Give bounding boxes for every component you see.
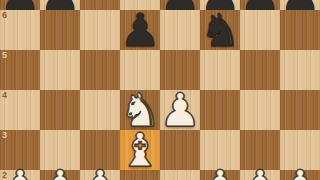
rank-label-5: 5: [2, 51, 7, 60]
square-e2[interactable]: [160, 170, 200, 180]
piece-white-pawn[interactable]: ♟: [160, 90, 200, 130]
square-e7[interactable]: ♟: [160, 0, 200, 10]
square-a4[interactable]: 4: [0, 90, 40, 130]
chess-board-viewport: ♜♞♝♛♚♝♜♟♟♟♟♟♟6♟♞54♞♟3♝♟2♟♟♟♟♟♜♞♝♛♚♜: [0, 0, 320, 180]
square-h7[interactable]: ♟: [280, 0, 320, 10]
square-c7[interactable]: [80, 0, 120, 10]
piece-white-pawn[interactable]: ♟: [0, 167, 40, 180]
square-d2[interactable]: [120, 170, 160, 180]
square-f2[interactable]: ♟: [200, 170, 240, 180]
square-f6[interactable]: ♞: [200, 10, 240, 50]
square-b6[interactable]: [40, 10, 80, 50]
square-g7[interactable]: ♟: [240, 0, 280, 10]
rank-label-6: 6: [2, 11, 7, 20]
square-c5[interactable]: [80, 50, 120, 90]
piece-white-bishop[interactable]: ♝: [120, 130, 160, 170]
square-d3[interactable]: ♝: [120, 130, 160, 170]
square-c6[interactable]: [80, 10, 120, 50]
square-f4[interactable]: [200, 90, 240, 130]
rank-label-4: 4: [2, 91, 7, 100]
square-g2[interactable]: ♟: [240, 170, 280, 180]
square-b5[interactable]: [40, 50, 80, 90]
square-h4[interactable]: [280, 90, 320, 130]
square-g6[interactable]: [240, 10, 280, 50]
square-g4[interactable]: [240, 90, 280, 130]
piece-white-pawn[interactable]: ♟: [200, 167, 240, 180]
square-h5[interactable]: [280, 50, 320, 90]
square-b4[interactable]: [40, 90, 80, 130]
square-a2[interactable]: ♟2: [0, 170, 40, 180]
piece-white-pawn[interactable]: ♟: [80, 167, 120, 180]
piece-black-knight[interactable]: ♞: [200, 10, 240, 50]
square-c2[interactable]: ♟: [80, 170, 120, 180]
piece-white-pawn[interactable]: ♟: [280, 167, 320, 180]
square-e6[interactable]: [160, 10, 200, 50]
rank-label-3: 3: [2, 131, 7, 140]
square-b7[interactable]: ♟: [40, 0, 80, 10]
square-h6[interactable]: [280, 10, 320, 50]
square-a6[interactable]: 6: [0, 10, 40, 50]
square-g5[interactable]: [240, 50, 280, 90]
square-e3[interactable]: [160, 130, 200, 170]
square-c4[interactable]: [80, 90, 120, 130]
piece-white-pawn[interactable]: ♟: [40, 167, 80, 180]
square-a7[interactable]: ♟: [0, 0, 40, 10]
square-f5[interactable]: [200, 50, 240, 90]
piece-black-pawn[interactable]: ♟: [120, 10, 160, 50]
square-e4[interactable]: ♟: [160, 90, 200, 130]
square-b2[interactable]: ♟: [40, 170, 80, 180]
piece-white-pawn[interactable]: ♟: [240, 167, 280, 180]
square-h2[interactable]: ♟: [280, 170, 320, 180]
square-d6[interactable]: ♟: [120, 10, 160, 50]
square-a5[interactable]: 5: [0, 50, 40, 90]
chess-board: ♜♞♝♛♚♝♜♟♟♟♟♟♟6♟♞54♞♟3♝♟2♟♟♟♟♟♜♞♝♛♚♜: [0, 0, 320, 180]
